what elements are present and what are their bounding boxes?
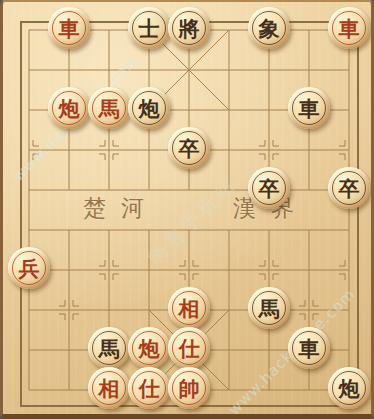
- red-advisor[interactable]: 仕: [168, 327, 210, 369]
- black-soldier[interactable]: 卒: [168, 127, 210, 169]
- red-cannon[interactable]: 炮: [48, 87, 90, 129]
- red-cannon[interactable]: 炮: [128, 327, 170, 369]
- xiangqi-board[interactable]: 楚河 漢界 車士將象車炮馬炮車卒卒卒兵相馬馬炮仕車相仕帥炮 www.hackho…: [0, 0, 374, 419]
- pieces-layer: 車士將象車炮馬炮車卒卒卒兵相馬馬炮仕車相仕帥炮: [9, 10, 369, 410]
- black-elephant[interactable]: 象: [248, 7, 290, 49]
- red-chariot[interactable]: 車: [48, 7, 90, 49]
- red-elephant[interactable]: 相: [168, 287, 210, 329]
- black-general[interactable]: 將: [168, 7, 210, 49]
- black-soldier[interactable]: 卒: [248, 167, 290, 209]
- black-cannon[interactable]: 炮: [328, 367, 370, 409]
- red-soldier[interactable]: 兵: [8, 247, 50, 289]
- red-elephant[interactable]: 相: [88, 367, 130, 409]
- red-general[interactable]: 帥: [168, 367, 210, 409]
- red-advisor[interactable]: 仕: [128, 367, 170, 409]
- black-advisor[interactable]: 士: [128, 7, 170, 49]
- black-cannon[interactable]: 炮: [128, 87, 170, 129]
- black-chariot[interactable]: 車: [288, 87, 330, 129]
- red-horse[interactable]: 馬: [88, 87, 130, 129]
- red-chariot[interactable]: 車: [328, 7, 370, 49]
- black-horse[interactable]: 馬: [88, 327, 130, 369]
- black-horse[interactable]: 馬: [248, 287, 290, 329]
- black-soldier[interactable]: 卒: [328, 167, 370, 209]
- black-chariot[interactable]: 車: [288, 327, 330, 369]
